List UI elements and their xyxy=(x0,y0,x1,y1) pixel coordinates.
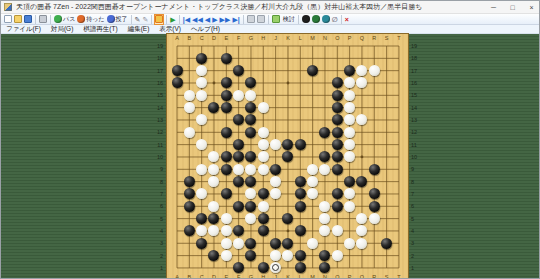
row-label-right-13: 13 xyxy=(411,117,417,123)
toolbar-separator xyxy=(341,15,342,24)
black-stone-o12 xyxy=(332,127,343,138)
row-label-right-1: 1 xyxy=(411,265,414,271)
black-stone-e14 xyxy=(221,102,232,113)
row-label-right-7: 7 xyxy=(411,191,414,197)
white-stone-c9 xyxy=(196,164,207,175)
row-label-right-6: 6 xyxy=(411,203,414,209)
toolbar-separator xyxy=(166,15,167,24)
row-label-right-17: 17 xyxy=(411,68,417,74)
nav-back-button[interactable]: ◀ xyxy=(205,15,210,24)
close-board-button-icon: × xyxy=(345,15,349,24)
new-file-button-icon xyxy=(4,15,12,23)
column-label-top-t: T xyxy=(397,35,400,41)
branch-down-button[interactable] xyxy=(257,15,265,24)
column-label-top-f: F xyxy=(237,35,240,41)
edit-pencil2-icon[interactable]: ✎ xyxy=(142,15,148,24)
analysis-graph-button[interactable] xyxy=(272,15,280,24)
toolbar-separator xyxy=(35,15,36,24)
column-label-bottom-j: J xyxy=(274,274,277,279)
black-stone-j9 xyxy=(270,164,281,175)
row-label-left-9: 9 xyxy=(150,166,163,172)
toolbar-separator xyxy=(243,15,244,24)
column-label-bottom-f: F xyxy=(237,274,240,279)
menu-file[interactable]: ファイル(F) xyxy=(1,25,46,34)
teal-stone-button-icon xyxy=(322,15,330,23)
row-label-right-3: 3 xyxy=(411,240,414,246)
toolbar-separator xyxy=(131,15,132,24)
open-folder-button[interactable] xyxy=(14,15,22,24)
white-stone-p3 xyxy=(344,238,355,249)
black-stone-o6 xyxy=(332,201,343,212)
white-stone-b15 xyxy=(184,90,195,101)
menu-bar: ファイル(F)対局(G)棋譜再生(T)編集(E)表示(V)ヘルプ(H) xyxy=(1,25,540,34)
row-label-left-10: 10 xyxy=(150,154,163,160)
white-stone-m3 xyxy=(307,238,318,249)
row-label-left-16: 16 xyxy=(150,80,163,86)
white-stone-r5 xyxy=(369,213,380,224)
nav-fast-forward-button[interactable]: ▶▶ xyxy=(220,15,231,24)
row-label-left-5: 5 xyxy=(150,216,163,222)
column-label-top-e: E xyxy=(224,35,228,41)
green-stone-button-icon xyxy=(312,15,320,23)
column-label-top-m: M xyxy=(310,35,315,41)
row-label-right-11: 11 xyxy=(411,142,417,148)
column-label-top-g: G xyxy=(249,35,253,41)
row-label-right-8: 8 xyxy=(411,179,414,185)
toolbar-separator xyxy=(151,15,152,24)
undo-move-button-icon xyxy=(77,15,85,23)
row-label-right-4: 4 xyxy=(411,228,414,234)
kento-button[interactable]: 検討 xyxy=(282,15,295,24)
black-stone-a17 xyxy=(172,65,183,76)
black-stone-f6 xyxy=(233,201,244,212)
edit-pencil2-icon-icon: ✎ xyxy=(142,15,148,24)
minimize-button[interactable]: ─ xyxy=(484,1,503,14)
white-stone-h6 xyxy=(258,201,269,212)
white-stone-f15 xyxy=(233,90,244,101)
column-label-top-a: A xyxy=(175,35,179,41)
menu-help[interactable]: ヘルプ(H) xyxy=(186,25,225,34)
black-stone-c18 xyxy=(196,53,207,64)
black-stone-b6 xyxy=(184,201,195,212)
black-stone-r6 xyxy=(369,201,380,212)
row-label-right-2: 2 xyxy=(411,253,414,259)
black-stone-b8 xyxy=(184,176,195,187)
column-label-top-p: P xyxy=(348,35,352,41)
row-label-left-2: 2 xyxy=(150,253,163,259)
white-stone-b12 xyxy=(184,127,195,138)
white-stone-e2 xyxy=(221,250,232,261)
white-stone-p6 xyxy=(344,201,355,212)
black-stone-r9 xyxy=(369,164,380,175)
column-label-top-o: O xyxy=(335,35,339,41)
row-label-right-9: 9 xyxy=(411,166,414,172)
nav-back-button-icon: ◀ xyxy=(205,15,210,24)
white-stone-f9 xyxy=(233,164,244,175)
black-stone-c3 xyxy=(196,238,207,249)
teal-stone-button[interactable] xyxy=(322,15,330,24)
row-label-left-18: 18 xyxy=(150,55,163,61)
black-stone-button[interactable] xyxy=(302,15,310,24)
row-label-left-13: 13 xyxy=(150,117,163,123)
column-label-top-l: L xyxy=(299,35,302,41)
pass-button-label: パス xyxy=(63,15,75,24)
row-label-left-12: 12 xyxy=(150,129,163,135)
undo-move-button[interactable]: 待った xyxy=(77,15,104,24)
resign-button-icon xyxy=(107,15,115,23)
black-stone-l2 xyxy=(295,250,306,261)
row-label-left-8: 8 xyxy=(150,179,163,185)
column-label-top-n: N xyxy=(323,35,327,41)
column-label-top-c: C xyxy=(200,35,204,41)
edit-pencil-icon-icon: ✎ xyxy=(135,15,141,24)
white-stone-b14 xyxy=(184,102,195,113)
column-label-bottom-m: M xyxy=(310,274,315,279)
column-label-bottom-b: B xyxy=(187,274,191,279)
row-label-left-11: 11 xyxy=(150,142,163,148)
resign-button-label: 投了 xyxy=(116,15,128,24)
eraser-button-icon: ∅ xyxy=(332,15,338,24)
pass-button-icon xyxy=(54,15,62,23)
white-stone-h11 xyxy=(258,139,269,150)
column-label-bottom-o: O xyxy=(335,274,339,279)
nav-first-button-icon: |◀ xyxy=(183,15,190,24)
kento-button-label: 検討 xyxy=(283,15,295,24)
row-label-right-10: 10 xyxy=(411,154,417,160)
column-label-bottom-h: H xyxy=(261,274,265,279)
black-stone-e12 xyxy=(221,127,232,138)
title-bar: 天頂の囲碁 7Zen - 2022関西囲碁オープントーナメント・トップクラス決勝… xyxy=(1,1,540,14)
white-stone-m9 xyxy=(307,164,318,175)
window-title: 天頂の囲碁 7Zen - 2022関西囲碁オープントーナメント・トップクラス決勝… xyxy=(16,2,484,12)
column-label-bottom-r: R xyxy=(372,274,376,279)
toolbar-separator xyxy=(179,15,180,24)
white-stone-h12 xyxy=(258,127,269,138)
nav-fast-forward-button-icon: ▶▶ xyxy=(220,15,231,24)
row-label-left-7: 7 xyxy=(150,191,163,197)
menu-view[interactable]: 表示(V) xyxy=(154,25,186,34)
black-stone-s3 xyxy=(381,238,392,249)
column-label-top-h: H xyxy=(261,35,265,41)
board-mode-button-icon xyxy=(155,15,163,23)
column-label-top-b: B xyxy=(187,35,191,41)
column-label-bottom-q: Q xyxy=(360,274,364,279)
column-label-bottom-l: L xyxy=(299,274,302,279)
black-stone-e18 xyxy=(221,53,232,64)
nav-fast-back-button[interactable]: ◀◀ xyxy=(192,15,203,24)
row-label-left-1: 1 xyxy=(150,265,163,271)
white-stone-f3 xyxy=(233,238,244,249)
app-icon xyxy=(4,3,12,11)
go-board[interactable]: AABBCCDDEEFFGGHHJJKKLLMMNNOOPPQQRRSSTT xyxy=(167,34,408,279)
toolbar: パス待った投了✎✎▶|◀◀◀◀▶▶▶▶|検討∅× xyxy=(1,14,540,25)
row-label-left-14: 14 xyxy=(150,105,163,111)
board-mode-button[interactable] xyxy=(155,15,163,24)
nav-fast-back-button-icon: ◀◀ xyxy=(192,15,203,24)
white-stone-e3 xyxy=(221,238,232,249)
menu-replay[interactable]: 棋譜再生(T) xyxy=(78,25,122,34)
menu-game[interactable]: 対局(G) xyxy=(46,25,78,34)
column-label-bottom-c: C xyxy=(200,274,204,279)
branch-down-button-icon xyxy=(257,15,265,23)
black-stone-o9 xyxy=(332,164,343,175)
row-label-right-5: 5 xyxy=(411,216,414,222)
save-button-icon xyxy=(24,15,32,23)
black-stone-h5 xyxy=(258,213,269,224)
white-stone-c15 xyxy=(196,90,207,101)
nav-forward-button[interactable]: ▶ xyxy=(212,15,217,24)
column-label-bottom-t: T xyxy=(397,274,400,279)
save-button[interactable] xyxy=(24,15,32,24)
black-stone-l8 xyxy=(295,176,306,187)
toolbar-separator xyxy=(268,15,269,24)
column-label-top-r: R xyxy=(372,35,376,41)
white-stone-p12 xyxy=(344,127,355,138)
column-label-top-d: D xyxy=(212,35,216,41)
close-board-button[interactable]: × xyxy=(345,15,349,24)
toolbar-separator xyxy=(298,15,299,24)
new-file-button[interactable] xyxy=(4,15,12,24)
column-label-bottom-e: E xyxy=(224,274,228,279)
analysis-graph-button-icon xyxy=(272,15,280,23)
black-stone-e9 xyxy=(221,164,232,175)
row-label-left-4: 4 xyxy=(150,228,163,234)
app-window: { "window": { "title": "天頂の囲碁 7Zen - 202… xyxy=(0,0,540,279)
row-label-right-15: 15 xyxy=(411,92,417,98)
black-stone-e15 xyxy=(221,90,232,101)
black-stone-o14 xyxy=(332,102,343,113)
edit-pencil-icon[interactable]: ✎ xyxy=(135,15,141,24)
row-label-left-15: 15 xyxy=(150,92,163,98)
column-label-bottom-p: P xyxy=(348,274,352,279)
column-label-bottom-d: D xyxy=(212,274,216,279)
black-stone-o15 xyxy=(332,90,343,101)
eraser-button[interactable]: ∅ xyxy=(332,15,338,24)
column-label-bottom-a: A xyxy=(175,274,179,279)
print-button-icon xyxy=(39,15,47,23)
resign-button[interactable]: 投了 xyxy=(107,15,128,24)
workspace: AABBCCDDEEFFGGHHJJKKLLMMNNOOPPQQRRSSTT 1… xyxy=(1,34,540,279)
branch-up-button-icon xyxy=(247,15,255,23)
black-stone-button-icon xyxy=(302,15,310,23)
white-stone-r17 xyxy=(369,65,380,76)
nav-last-button[interactable]: ▶| xyxy=(232,15,239,24)
maximize-button[interactable]: □ xyxy=(503,1,522,14)
white-stone-o2 xyxy=(332,250,343,261)
column-label-bottom-s: S xyxy=(385,274,389,279)
white-stone-h14 xyxy=(258,102,269,113)
pass-button[interactable]: パス xyxy=(54,15,75,24)
black-stone-j3 xyxy=(270,238,281,249)
open-folder-button-icon xyxy=(14,15,22,23)
print-button[interactable] xyxy=(39,15,47,24)
toolbar-separator xyxy=(50,15,51,24)
nav-last-button-icon: ▶| xyxy=(232,15,239,24)
column-label-top-k: K xyxy=(286,35,290,41)
row-label-right-19: 19 xyxy=(411,43,417,49)
branch-up-button[interactable] xyxy=(247,15,255,24)
undo-move-button-label: 待った xyxy=(86,15,104,24)
row-label-left-17: 17 xyxy=(150,68,163,74)
row-label-left-6: 6 xyxy=(150,203,163,209)
row-label-left-3: 3 xyxy=(150,240,163,246)
row-label-right-12: 12 xyxy=(411,129,417,135)
black-stone-l6 xyxy=(295,201,306,212)
column-label-top-j: J xyxy=(274,35,277,41)
black-stone-a16 xyxy=(172,77,183,88)
black-stone-l11 xyxy=(295,139,306,150)
green-stone-button[interactable] xyxy=(312,15,320,24)
column-label-top-q: Q xyxy=(360,35,364,41)
column-label-bottom-k: K xyxy=(286,274,290,279)
menu-edit[interactable]: 編集(E) xyxy=(123,25,155,34)
play-button[interactable]: ▶ xyxy=(170,15,175,24)
white-stone-p15 xyxy=(344,90,355,101)
white-stone-h9 xyxy=(258,164,269,175)
row-label-left-19: 19 xyxy=(150,43,163,49)
column-label-bottom-n: N xyxy=(323,274,327,279)
row-label-right-14: 14 xyxy=(411,105,417,111)
row-label-right-16: 16 xyxy=(411,80,417,86)
black-stone-o11 xyxy=(332,139,343,150)
close-button[interactable]: × xyxy=(522,1,540,14)
nav-first-button[interactable]: |◀ xyxy=(183,15,190,24)
column-label-bottom-g: G xyxy=(249,274,253,279)
row-label-right-18: 18 xyxy=(411,55,417,61)
nav-forward-button-icon: ▶ xyxy=(212,15,217,24)
play-button-icon: ▶ xyxy=(170,15,175,24)
column-label-top-s: S xyxy=(385,35,389,41)
white-stone-e5 xyxy=(221,213,232,224)
